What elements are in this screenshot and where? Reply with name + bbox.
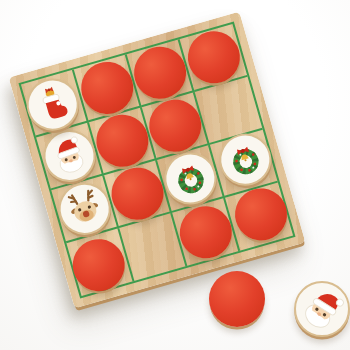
santa-icon bbox=[43, 130, 95, 182]
stocking-icon bbox=[26, 78, 78, 130]
disc-santa[interactable] bbox=[294, 281, 350, 337]
scene bbox=[0, 0, 350, 350]
reindeer-icon bbox=[58, 183, 110, 235]
wreath-icon bbox=[219, 133, 271, 185]
disc-red[interactable] bbox=[66, 233, 130, 297]
board-grid bbox=[18, 21, 295, 298]
santa-icon bbox=[289, 276, 350, 342]
game-board bbox=[9, 12, 306, 309]
disc-red[interactable] bbox=[209, 271, 265, 327]
wreath-icon bbox=[164, 152, 216, 204]
